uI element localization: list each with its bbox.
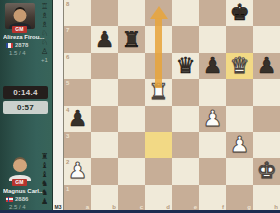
captured-piece-icon: ♞ — [38, 179, 51, 188]
captured-piece-icon: ♝ — [38, 170, 51, 179]
square-f7[interactable] — [199, 26, 226, 52]
top-player-rating-row: 2878 — [6, 42, 28, 48]
square-e4[interactable] — [172, 106, 199, 132]
black-pawn-h6: ♟ — [253, 53, 280, 79]
captured-piece-icon: ♟ — [38, 197, 51, 206]
square-f1[interactable]: f — [199, 185, 226, 211]
top-player-clock: 0:14.4 — [3, 86, 48, 99]
france-flag-icon — [6, 43, 13, 48]
square-c1[interactable]: c — [118, 185, 145, 211]
captured-piece-icon: ♘ — [38, 29, 51, 38]
square-b6[interactable] — [91, 53, 118, 79]
square-a2[interactable]: 2♟ — [64, 158, 91, 184]
black-pawn-b7: ♟ — [91, 26, 118, 52]
top-player-face — [14, 9, 27, 22]
black-pawn-f6: ♟ — [199, 53, 226, 79]
square-g7[interactable] — [226, 26, 253, 52]
player-sidebar: GM Alireza Firou... 2878 1.5 / 4 0:14.4 … — [0, 0, 52, 213]
square-a1[interactable]: 1a — [64, 185, 91, 211]
move-arrow-shaft — [155, 18, 162, 88]
black-queen-e6: ♛ — [172, 53, 199, 79]
square-b8[interactable] — [91, 0, 118, 26]
square-c4[interactable] — [118, 106, 145, 132]
square-f2[interactable] — [199, 158, 226, 184]
bottom-player-rating: 2886 — [15, 196, 28, 202]
square-b4[interactable] — [91, 106, 118, 132]
captured-white-pieces-tray: ♖♗♗♘♘♙ — [38, 2, 51, 56]
coordinate-rank-label: 3 — [66, 133, 69, 139]
square-c3[interactable] — [118, 132, 145, 158]
square-c7[interactable]: ♜ — [118, 26, 145, 52]
coordinate-rank-label: 1 — [66, 186, 69, 192]
square-h5[interactable] — [253, 79, 280, 105]
square-g1[interactable]: g — [226, 185, 253, 211]
square-b3[interactable] — [91, 132, 118, 158]
square-e2[interactable] — [172, 158, 199, 184]
square-h8[interactable] — [253, 0, 280, 26]
top-player-match-score: 1.5 / 4 — [9, 50, 26, 56]
square-g3[interactable]: ♟ — [226, 132, 253, 158]
square-h2[interactable]: ♚ — [253, 158, 280, 184]
captured-piece-icon: ♖ — [38, 2, 51, 11]
square-c2[interactable] — [118, 158, 145, 184]
square-a3[interactable]: 3 — [64, 132, 91, 158]
square-g8[interactable]: ♚ — [226, 0, 253, 26]
square-d3[interactable] — [145, 132, 172, 158]
square-e1[interactable]: e — [172, 185, 199, 211]
square-e3[interactable] — [172, 132, 199, 158]
square-g6[interactable]: ♛ — [226, 53, 253, 79]
square-d1[interactable]: d — [145, 185, 172, 211]
square-b2[interactable] — [91, 158, 118, 184]
square-e5[interactable] — [172, 79, 199, 105]
square-h7[interactable] — [253, 26, 280, 52]
bottom-player-face — [13, 159, 27, 172]
white-pawn-a2: ♟ — [64, 158, 91, 184]
captured-piece-icon: ♗ — [38, 20, 51, 29]
captured-piece-icon: ♝ — [38, 161, 51, 170]
square-f5[interactable] — [199, 79, 226, 105]
square-e7[interactable] — [172, 26, 199, 52]
square-a4[interactable]: 4♟ — [64, 106, 91, 132]
square-e8[interactable] — [172, 0, 199, 26]
move-arrow-head-icon — [150, 6, 168, 19]
square-d4[interactable] — [145, 106, 172, 132]
white-pawn-f4: ♟ — [199, 106, 226, 132]
square-f4[interactable]: ♟ — [199, 106, 226, 132]
chess-board: 8♚7♟♜6♛♟♛♟5♜4♟♟3♟2♟♚1abcdefgh — [64, 0, 280, 211]
square-b1[interactable]: b — [91, 185, 118, 211]
square-a8[interactable]: 8 — [64, 0, 91, 26]
evaluation-bar: M3 — [52, 0, 64, 213]
square-h6[interactable]: ♟ — [253, 53, 280, 79]
captured-piece-icon: ♞ — [38, 188, 51, 197]
black-pawn-a4: ♟ — [64, 106, 91, 132]
coordinate-rank-label: 6 — [66, 54, 69, 60]
square-b5[interactable] — [91, 79, 118, 105]
window-bottom-edge — [0, 210, 280, 213]
square-g2[interactable] — [226, 158, 253, 184]
square-a7[interactable]: 7 — [64, 26, 91, 52]
captured-piece-icon: ♘ — [38, 38, 51, 47]
bottom-player-title-badge: GM — [12, 179, 27, 186]
square-b7[interactable]: ♟ — [91, 26, 118, 52]
square-f3[interactable] — [199, 132, 226, 158]
chess-app-window: GM Alireza Firou... 2878 1.5 / 4 0:14.4 … — [0, 0, 280, 213]
square-c8[interactable] — [118, 0, 145, 26]
square-f6[interactable]: ♟ — [199, 53, 226, 79]
square-h3[interactable] — [253, 132, 280, 158]
coordinate-rank-label: 7 — [66, 27, 69, 33]
top-player-rating: 2878 — [15, 42, 28, 48]
material-advantage-badge: +1 — [38, 57, 51, 63]
captured-piece-icon: ♙ — [38, 47, 51, 56]
square-h4[interactable] — [253, 106, 280, 132]
coordinate-rank-label: 8 — [66, 1, 69, 7]
black-king-g8: ♚ — [226, 0, 253, 26]
white-pawn-g3: ♟ — [226, 132, 253, 158]
captured-piece-icon: ♜ — [38, 152, 51, 161]
bottom-player-avatar — [5, 152, 35, 181]
square-g4[interactable] — [226, 106, 253, 132]
top-player-title-badge: GM — [12, 26, 27, 33]
captured-piece-icon: ♗ — [38, 11, 51, 20]
square-h1[interactable]: h — [253, 185, 280, 211]
square-a6[interactable]: 6 — [64, 53, 91, 79]
white-king-h2: ♚ — [253, 158, 280, 184]
norway-flag-icon — [6, 197, 13, 202]
black-rook-c7: ♜ — [118, 26, 145, 52]
square-c5[interactable] — [118, 79, 145, 105]
captured-black-pieces-tray: ♜♝♝♞♞♟ — [38, 152, 51, 206]
bottom-player-rating-row: 2886 — [6, 196, 28, 202]
square-a5[interactable]: 5 — [64, 79, 91, 105]
square-c6[interactable] — [118, 53, 145, 79]
square-e6[interactable]: ♛ — [172, 53, 199, 79]
coordinate-rank-label: 5 — [66, 80, 69, 86]
square-g5[interactable] — [226, 79, 253, 105]
square-f8[interactable] — [199, 0, 226, 26]
square-d2[interactable] — [145, 158, 172, 184]
white-queen-g6: ♛ — [226, 53, 253, 79]
bottom-player-clock: 0:57 — [3, 101, 48, 114]
